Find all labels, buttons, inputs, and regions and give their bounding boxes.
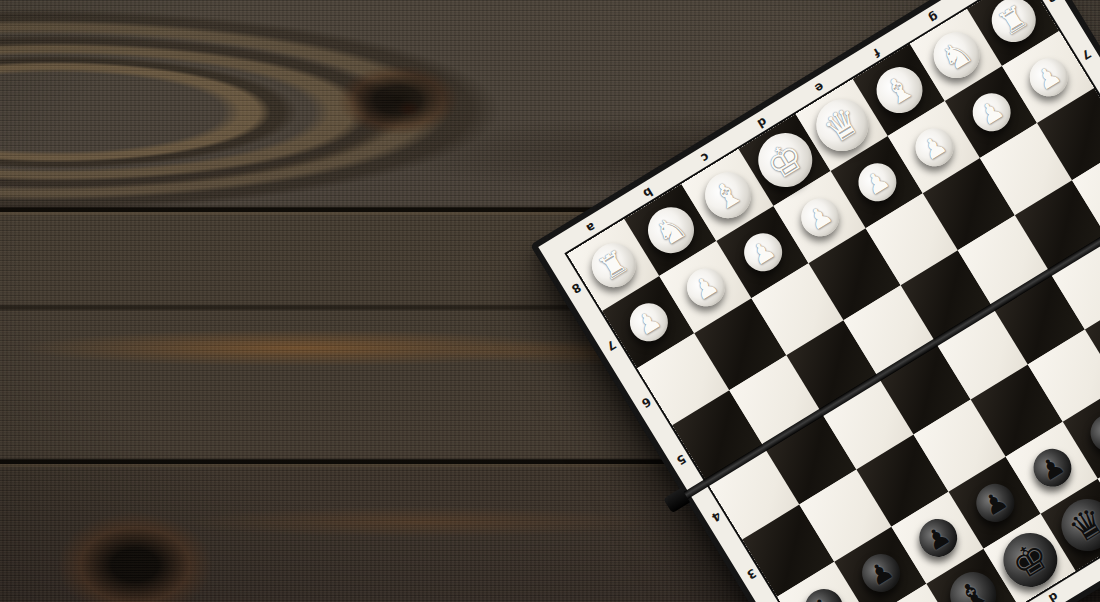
black-pawn-glyph: ♟	[1092, 416, 1100, 450]
piece-black-king-d1: ♚	[992, 523, 1066, 597]
piece-white-bishop-c8: ♝	[696, 163, 759, 226]
white-pawn-glyph: ♟	[631, 305, 664, 339]
white-pawn-glyph: ♟	[746, 235, 779, 269]
piece-white-pawn-f7: ♟	[908, 121, 960, 173]
piece-white-pawn-b7: ♟	[679, 261, 731, 313]
piece-white-bishop-f8: ♝	[867, 58, 930, 121]
piece-black-knight-b1: ♞	[884, 598, 947, 602]
piece-white-pawn-h7: ♟	[1022, 51, 1074, 103]
white-knight-glyph: ♞	[934, 32, 978, 77]
white-bishop-glyph: ♝	[706, 173, 748, 217]
piece-black-pawn-b2: ♟	[854, 547, 906, 599]
white-pawn-glyph: ♟	[803, 200, 836, 234]
white-pawn-glyph: ♟	[689, 270, 722, 304]
piece-black-pawn-a2: ♟	[797, 582, 849, 602]
piece-black-pawn-f2: ♟	[1083, 407, 1100, 459]
white-pawn-glyph: ♟	[860, 165, 893, 199]
piece-white-pawn-a7: ♟	[622, 296, 674, 348]
piece-white-pawn-g7: ♟	[965, 86, 1017, 138]
piece-white-rook-h8: ♜	[983, 0, 1044, 50]
piece-black-pawn-d2: ♟	[968, 477, 1020, 529]
white-queen-glyph: ♛	[817, 100, 866, 150]
piece-white-rook-a8: ♜	[583, 235, 644, 296]
black-pawn-glyph: ♟	[921, 521, 954, 555]
white-bishop-glyph: ♝	[878, 68, 920, 112]
white-pawn-glyph: ♟	[974, 95, 1007, 129]
piece-black-pawn-c2: ♟	[911, 512, 963, 564]
piece-black-bishop-c1: ♝	[941, 563, 1004, 602]
black-pawn-glyph: ♟	[864, 556, 897, 590]
piece-black-queen-e1: ♛	[1051, 489, 1100, 561]
white-knight-glyph: ♞	[648, 208, 692, 253]
black-pawn-glyph: ♟	[978, 486, 1011, 520]
white-king-glyph: ♚	[759, 134, 810, 187]
piece-white-queen-e8: ♛	[806, 89, 878, 161]
piece-white-pawn-e7: ♟	[851, 156, 903, 208]
scene: ♜♞♝♚♛♝♞♜♟♟♟♟♟♟♟♟♟♟♟♟♟♟♟♟♜♞♝♚♛♝♞♜ aabbccd…	[0, 0, 1100, 602]
black-bishop-glyph: ♝	[951, 573, 993, 602]
black-pawn-glyph: ♟	[807, 591, 840, 602]
piece-black-pawn-e2: ♟	[1026, 442, 1078, 494]
piece-white-pawn-d7: ♟	[793, 191, 845, 243]
piece-white-knight-b8: ♞	[639, 198, 702, 261]
white-pawn-glyph: ♟	[917, 130, 950, 164]
piece-white-knight-g8: ♞	[924, 23, 987, 86]
piece-white-pawn-c7: ♟	[736, 226, 788, 278]
black-king-glyph: ♚	[1004, 533, 1055, 586]
white-rook-glyph: ♜	[992, 0, 1033, 41]
white-rook-glyph: ♜	[593, 244, 634, 286]
black-queen-glyph: ♛	[1062, 500, 1100, 550]
black-pawn-glyph: ♟	[1035, 451, 1068, 485]
white-pawn-glyph: ♟	[1031, 60, 1064, 94]
piece-white-king-d8: ♚	[747, 123, 821, 197]
